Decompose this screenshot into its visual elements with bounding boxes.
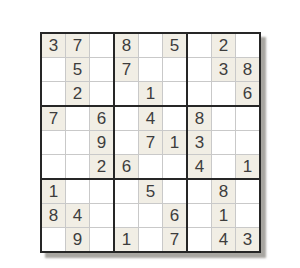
cell-r4c2[interactable] [66,107,89,130]
cell-r2c5[interactable] [139,58,162,81]
cell-r8c7[interactable] [188,204,211,227]
cell-r6c4[interactable]: 6 [115,155,138,178]
cell-r8c4[interactable] [115,204,138,227]
cell-r1c2[interactable]: 7 [66,34,89,57]
cell-r7c1[interactable]: 1 [42,180,65,203]
cell-r6c9[interactable]: 1 [236,155,259,178]
sudoku-box-6: 8341 [188,107,259,178]
cell-r8c6[interactable]: 6 [163,204,186,227]
cell-r5c7[interactable]: 3 [188,131,211,154]
cell-r8c8[interactable]: 1 [212,204,235,227]
cell-r4c9[interactable] [236,107,259,130]
cell-r6c8[interactable] [212,155,235,178]
cell-r7c6[interactable] [163,180,186,203]
cell-r4c1[interactable]: 7 [42,107,65,130]
cell-r8c9[interactable] [236,204,259,227]
cell-r3c1[interactable] [42,82,65,105]
cell-r7c9[interactable] [236,180,259,203]
cell-r7c4[interactable] [115,180,138,203]
sudoku-box-4: 7692 [42,107,113,178]
cell-r9c6[interactable]: 7 [163,228,186,251]
cell-r3c5[interactable]: 1 [139,82,162,105]
cell-r8c3[interactable] [90,204,113,227]
cell-r5c2[interactable] [66,131,89,154]
sudoku-box-8: 5617 [115,180,186,251]
cell-r6c1[interactable] [42,155,65,178]
cell-r4c4[interactable] [115,107,138,130]
cell-r1c9[interactable] [236,34,259,57]
cell-r8c5[interactable] [139,204,162,227]
cell-r9c1[interactable] [42,228,65,251]
cell-r5c9[interactable] [236,131,259,154]
cell-r7c3[interactable] [90,180,113,203]
cell-r7c2[interactable] [66,180,89,203]
cell-r7c7[interactable] [188,180,211,203]
cell-r3c3[interactable] [90,82,113,105]
cell-r1c4[interactable]: 8 [115,34,138,57]
cell-r5c5[interactable]: 7 [139,131,162,154]
cell-r3c4[interactable] [115,82,138,105]
cell-r6c7[interactable]: 4 [188,155,211,178]
cell-r1c7[interactable] [188,34,211,57]
sudoku-box-3: 2386 [188,34,259,105]
sudoku-box-1: 3752 [42,34,113,105]
cell-r4c6[interactable] [163,107,186,130]
sudoku-box-7: 1849 [42,180,113,251]
cell-r2c9[interactable]: 8 [236,58,259,81]
cell-r9c5[interactable] [139,228,162,251]
cell-r1c6[interactable]: 5 [163,34,186,57]
cell-r8c1[interactable]: 8 [42,204,65,227]
cell-r6c6[interactable] [163,155,186,178]
cell-r5c6[interactable]: 1 [163,131,186,154]
cell-r1c3[interactable] [90,34,113,57]
cell-r5c8[interactable] [212,131,235,154]
cell-r9c7[interactable] [188,228,211,251]
cell-r1c8[interactable]: 2 [212,34,235,57]
cell-r2c3[interactable] [90,58,113,81]
cell-r3c7[interactable] [188,82,211,105]
cell-r9c3[interactable] [90,228,113,251]
cell-r9c8[interactable]: 4 [212,228,235,251]
cell-r8c2[interactable]: 4 [66,204,89,227]
cell-r5c1[interactable] [42,131,65,154]
cell-r1c5[interactable] [139,34,162,57]
cell-r7c8[interactable]: 8 [212,180,235,203]
cell-r6c5[interactable] [139,155,162,178]
cell-r3c6[interactable] [163,82,186,105]
cell-r4c7[interactable]: 8 [188,107,211,130]
cell-r1c1[interactable]: 3 [42,34,65,57]
cell-r2c6[interactable] [163,58,186,81]
cell-r2c2[interactable]: 5 [66,58,89,81]
cell-r2c7[interactable] [188,58,211,81]
cell-r9c4[interactable]: 1 [115,228,138,251]
cell-r2c8[interactable]: 3 [212,58,235,81]
sudoku-board: 375285712386769247168341184956178143 [40,32,261,253]
sudoku-box-2: 8571 [115,34,186,105]
cell-r5c4[interactable] [115,131,138,154]
cell-r4c5[interactable]: 4 [139,107,162,130]
cell-r7c5[interactable]: 5 [139,180,162,203]
cell-r4c8[interactable] [212,107,235,130]
cell-r3c9[interactable]: 6 [236,82,259,105]
cell-r3c2[interactable]: 2 [66,82,89,105]
cell-r2c1[interactable] [42,58,65,81]
page-background: 375285712386769247168341184956178143 [0,0,300,268]
sudoku-box-9: 8143 [188,180,259,251]
cell-r9c2[interactable]: 9 [66,228,89,251]
cell-r5c3[interactable]: 9 [90,131,113,154]
sudoku-box-5: 4716 [115,107,186,178]
cell-r6c3[interactable]: 2 [90,155,113,178]
cell-r9c9[interactable]: 3 [236,228,259,251]
cell-r2c4[interactable]: 7 [115,58,138,81]
cell-r6c2[interactable] [66,155,89,178]
cell-r4c3[interactable]: 6 [90,107,113,130]
cell-r3c8[interactable] [212,82,235,105]
